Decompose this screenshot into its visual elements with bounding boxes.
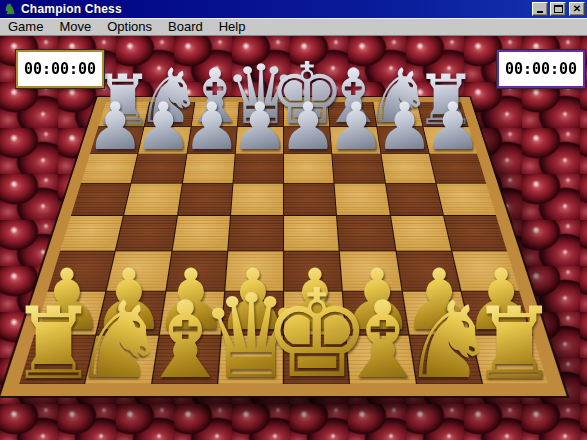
piece-black-pawn-h7[interactable]: ♟: [423, 95, 482, 160]
maximize-icon: [554, 5, 563, 13]
minimize-button[interactable]: [532, 2, 548, 16]
knight-app-icon: ♞: [2, 1, 18, 17]
black-clock: 00:00:00: [497, 50, 585, 88]
window-title: Champion Chess: [21, 2, 530, 16]
minimize-icon: [537, 11, 543, 13]
menu-game[interactable]: Game: [0, 18, 51, 35]
piece-white-rook-h1[interactable]: ♜: [470, 294, 559, 393]
title-bar[interactable]: ♞ Champion Chess ✕: [0, 0, 587, 18]
menu-help[interactable]: Help: [211, 18, 254, 35]
game-area: ♜♞♝♛♚♝♞♜♟♟♟♟♟♟♟♟♟♟♟♟♟♟♟♟♜♞♝♛♚♝♞♜ 00:00:0…: [0, 36, 587, 440]
menu-move[interactable]: Move: [51, 18, 99, 35]
close-icon: ✕: [573, 3, 581, 15]
close-button[interactable]: ✕: [569, 2, 585, 16]
menu-bar: Game Move Options Board Help: [0, 18, 587, 36]
menu-board[interactable]: Board: [160, 18, 211, 35]
menu-options[interactable]: Options: [99, 18, 160, 35]
pieces-layer: ♜♞♝♛♚♝♞♜♟♟♟♟♟♟♟♟♟♟♟♟♟♟♟♟♜♞♝♛♚♝♞♜: [0, 36, 587, 440]
maximize-button[interactable]: [550, 2, 566, 16]
white-clock: 00:00:00: [16, 50, 104, 88]
